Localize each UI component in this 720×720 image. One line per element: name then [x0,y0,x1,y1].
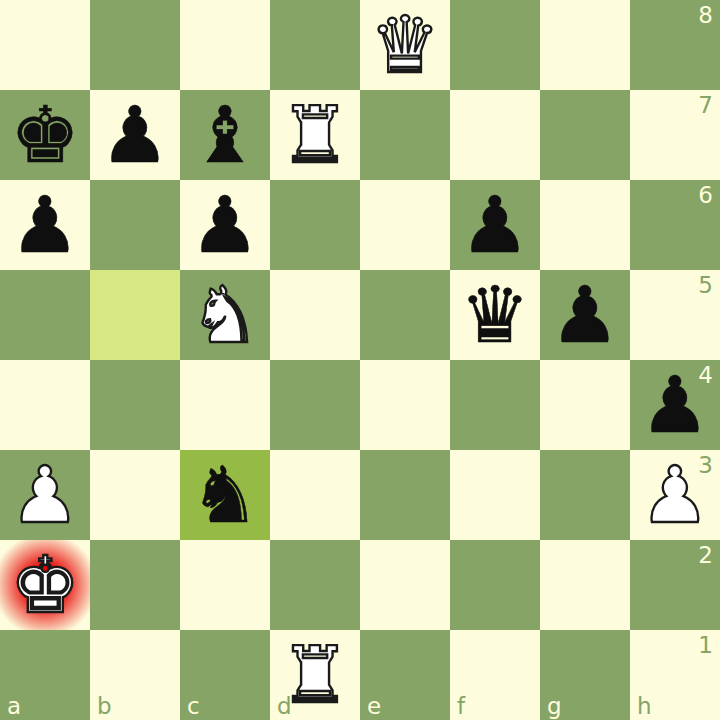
square-f6[interactable]: ♟ [450,180,540,270]
square-d6[interactable] [270,180,360,270]
square-d3[interactable] [270,450,360,540]
piece-black-queen-f5[interactable]: ♛ [450,270,540,360]
square-f1[interactable]: f [450,630,540,720]
rank-label-6: 6 [698,184,713,207]
square-a5[interactable] [0,270,90,360]
square-c5[interactable]: ♞ [180,270,270,360]
piece-black-pawn-a6[interactable]: ♟ [0,180,90,270]
square-h4[interactable]: 4♟ [630,360,720,450]
square-b1[interactable]: b [90,630,180,720]
square-e2[interactable] [360,540,450,630]
rank-label-7: 7 [698,94,713,117]
piece-black-pawn-b7[interactable]: ♟ [90,90,180,180]
square-c8[interactable] [180,0,270,90]
file-label-f: f [457,695,465,718]
piece-white-pawn-h3[interactable]: ♟ [630,450,720,540]
square-b4[interactable] [90,360,180,450]
square-e8[interactable]: ♛ [360,0,450,90]
piece-black-pawn-c6[interactable]: ♟ [180,180,270,270]
square-h3[interactable]: 3♟ [630,450,720,540]
piece-white-rook-d1[interactable]: ♜ [270,630,360,720]
rank-label-5: 5 [698,274,713,297]
square-d1[interactable]: d♜ [270,630,360,720]
rank-label-1: 1 [698,634,713,657]
square-b8[interactable] [90,0,180,90]
square-a6[interactable]: ♟ [0,180,90,270]
file-label-c: c [187,695,200,718]
square-g5[interactable]: ♟ [540,270,630,360]
piece-white-knight-c5[interactable]: ♞ [180,270,270,360]
square-d2[interactable] [270,540,360,630]
square-c7[interactable]: ♝ [180,90,270,180]
square-e7[interactable] [360,90,450,180]
chess-app: ♛8♚♟♝♜7♟♟♟6♞♛♟54♟♟♞3♟♚2abcd♜efg1h [0,0,720,720]
square-f5[interactable]: ♛ [450,270,540,360]
square-f3[interactable] [450,450,540,540]
piece-black-pawn-g5[interactable]: ♟ [540,270,630,360]
square-h5[interactable]: 5 [630,270,720,360]
square-a2[interactable]: ♚ [0,540,90,630]
square-g7[interactable] [540,90,630,180]
square-h8[interactable]: 8 [630,0,720,90]
square-a8[interactable] [0,0,90,90]
piece-black-knight-c3[interactable]: ♞ [180,450,270,540]
square-b5[interactable] [90,270,180,360]
file-label-h: h [637,695,652,718]
file-label-g: g [547,695,562,718]
square-g6[interactable] [540,180,630,270]
piece-white-rook-d7[interactable]: ♜ [270,90,360,180]
square-c3[interactable]: ♞ [180,450,270,540]
square-h6[interactable]: 6 [630,180,720,270]
square-c1[interactable]: c [180,630,270,720]
square-d5[interactable] [270,270,360,360]
square-g1[interactable]: g [540,630,630,720]
square-h1[interactable]: 1h [630,630,720,720]
piece-white-queen-e8[interactable]: ♛ [360,0,450,90]
square-a1[interactable]: a [0,630,90,720]
square-d7[interactable]: ♜ [270,90,360,180]
square-c4[interactable] [180,360,270,450]
square-e3[interactable] [360,450,450,540]
piece-black-pawn-f6[interactable]: ♟ [450,180,540,270]
square-b6[interactable] [90,180,180,270]
square-e6[interactable] [360,180,450,270]
piece-white-king-a2[interactable]: ♚ [0,540,90,630]
square-b7[interactable]: ♟ [90,90,180,180]
square-g3[interactable] [540,450,630,540]
square-h7[interactable]: 7 [630,90,720,180]
square-a4[interactable] [0,360,90,450]
piece-black-pawn-h4[interactable]: ♟ [630,360,720,450]
rank-label-8: 8 [698,4,713,27]
file-label-a: a [7,695,21,718]
rank-label-2: 2 [698,544,713,567]
square-a3[interactable]: ♟ [0,450,90,540]
piece-black-bishop-c7[interactable]: ♝ [180,90,270,180]
square-f8[interactable] [450,0,540,90]
square-e1[interactable]: e [360,630,450,720]
piece-white-pawn-a3[interactable]: ♟ [0,450,90,540]
square-e5[interactable] [360,270,450,360]
square-b2[interactable] [90,540,180,630]
square-a7[interactable]: ♚ [0,90,90,180]
square-f2[interactable] [450,540,540,630]
square-b3[interactable] [90,450,180,540]
piece-black-king-a7[interactable]: ♚ [0,90,90,180]
square-d4[interactable] [270,360,360,450]
chess-board: ♛8♚♟♝♜7♟♟♟6♞♛♟54♟♟♞3♟♚2abcd♜efg1h [0,0,720,720]
square-f7[interactable] [450,90,540,180]
square-g4[interactable] [540,360,630,450]
square-g2[interactable] [540,540,630,630]
square-h2[interactable]: 2 [630,540,720,630]
square-d8[interactable] [270,0,360,90]
square-f4[interactable] [450,360,540,450]
file-label-b: b [97,695,112,718]
square-g8[interactable] [540,0,630,90]
square-e4[interactable] [360,360,450,450]
file-label-e: e [367,695,381,718]
square-c6[interactable]: ♟ [180,180,270,270]
square-c2[interactable] [180,540,270,630]
